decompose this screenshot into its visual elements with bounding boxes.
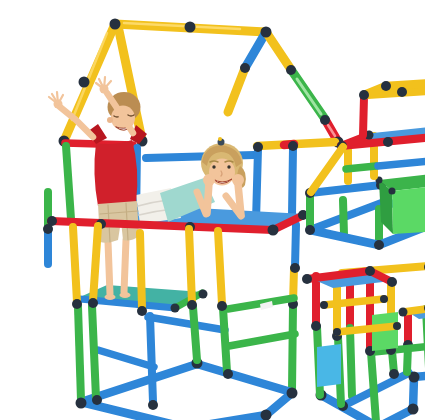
main-structure-front-part	[148, 400, 158, 410]
main-structure-front-part	[78, 307, 81, 400]
structure-top-right-part	[383, 137, 393, 147]
main-structure-back-part	[286, 65, 296, 75]
main-structure-back-part	[110, 19, 121, 30]
structure-top-right-part	[363, 97, 364, 135]
main-structure-front-part	[47, 216, 57, 226]
structure-top-right-part	[378, 159, 425, 166]
right-railing-post	[256, 149, 258, 221]
roof-back-right-slope-yellow	[266, 32, 290, 68]
main-structure-back-part	[240, 63, 250, 73]
main-structure-front-part	[73, 227, 77, 302]
product-photo: Kids tube construction climbing playset …	[40, 16, 425, 420]
structure-bottom-right-part	[311, 321, 321, 331]
structure-bottom-right-part	[408, 404, 419, 415]
main-structure-front-part	[189, 229, 192, 303]
structure-top-right-part	[381, 81, 391, 91]
roof-back-left-slope-yellow	[228, 68, 245, 112]
main-structure-back-part	[288, 141, 298, 151]
base-front-rail	[81, 393, 292, 420]
main-structure-back-part	[290, 263, 300, 273]
structure-top-right-part	[305, 225, 315, 235]
structure-bottom-right-part	[320, 301, 328, 309]
panel-light-blue	[317, 344, 341, 387]
main-structure-front-part	[88, 298, 98, 308]
main-structure-front-part	[218, 231, 222, 304]
girl-forearm	[238, 184, 241, 215]
girl-forearm	[207, 183, 209, 213]
front-left-post-green	[66, 146, 71, 219]
structure-bottom-right-part	[393, 322, 401, 330]
girl-hair-tie	[218, 137, 222, 141]
structure-top-right-part	[343, 200, 344, 235]
main-deck-part	[199, 290, 208, 299]
structure-bottom-right-part	[333, 328, 341, 336]
main-structure-front-part	[92, 306, 96, 398]
main-structure-front-part	[72, 299, 82, 309]
structure-top-right-part	[346, 166, 376, 169]
main-structure-back-part	[79, 77, 90, 88]
cube-front-face	[392, 185, 425, 234]
structure-top-right-part	[374, 240, 384, 250]
structure-bottom-right-part	[387, 277, 397, 287]
girl-hand	[203, 174, 215, 186]
base-back-rail	[197, 364, 291, 392]
main-structure-front-part	[137, 306, 147, 316]
structure-bottom-right-part	[302, 274, 312, 284]
main-structure-front-part	[187, 300, 197, 310]
boy-foot	[105, 294, 116, 300]
main-structure-back-part	[320, 115, 330, 125]
main-structure-front-part	[261, 410, 272, 420]
mid-rail	[148, 317, 225, 330]
roof-back-left-slope-blue	[245, 32, 266, 68]
boy-ear	[107, 117, 113, 123]
structure-top-right-part	[310, 185, 381, 193]
main-structure-front-part	[93, 226, 98, 301]
structure-top-right	[305, 76, 425, 250]
boy-foot	[120, 292, 131, 298]
structure-bottom-right-part	[371, 352, 376, 420]
scene-svg	[40, 16, 425, 420]
main-structure-front-part	[223, 369, 233, 379]
structure-top-right-part	[359, 90, 369, 100]
structure-bottom-right-part	[389, 369, 399, 379]
main-structure-front-part	[76, 398, 87, 409]
main-deck-part	[171, 304, 180, 313]
main-structure-back-part	[72, 33, 107, 120]
right-railing-post	[292, 148, 293, 215]
right-green-rail	[229, 334, 295, 346]
structure-top-right-part	[389, 188, 396, 195]
structure-top-right-part	[386, 81, 425, 86]
main-structure-back-part	[261, 27, 272, 38]
boy-leg	[108, 242, 110, 294]
structure-bottom-right-part	[380, 295, 388, 303]
girl-eye	[227, 165, 230, 168]
structure-bottom-right-part	[350, 328, 352, 396]
main-structure-front-part	[193, 307, 197, 360]
structure-bottom-right	[302, 262, 425, 420]
main-structure-back-part	[297, 79, 321, 114]
low-rung	[98, 350, 154, 367]
main-structure-back-part	[295, 225, 296, 267]
main-structure-front-part	[287, 388, 298, 399]
girl-hand	[232, 174, 244, 186]
girl-eye	[212, 165, 215, 168]
main-structure-front-part	[140, 233, 142, 308]
ladder-brace	[311, 147, 343, 192]
main-structure-back-part	[253, 142, 263, 152]
main-structure-front-part	[223, 308, 227, 372]
main-structure-back-part	[292, 306, 293, 390]
structure-bottom-right-part	[365, 266, 375, 276]
boy-leg	[124, 240, 126, 292]
main-structure-front-part	[268, 225, 279, 236]
main-structure-front-part	[217, 301, 227, 311]
boy-shirt	[94, 140, 137, 206]
main-structure-front-part	[150, 316, 153, 402]
main-structure-back-part	[185, 22, 196, 33]
structure-bottom-right-part	[399, 308, 408, 317]
roof-front-left-slope	[64, 24, 115, 141]
main-structure-front-part	[92, 395, 102, 405]
structure-top-right-part	[397, 87, 407, 97]
